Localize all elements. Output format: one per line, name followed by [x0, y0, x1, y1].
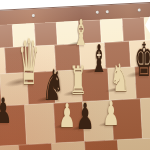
white-knight-glyph: ♞: [110, 59, 130, 97]
black-king-piece[interactable]: ♚: [144, 75, 150, 122]
white-rook-glyph: ♜: [69, 61, 86, 100]
black-bishop-glyph: ♝: [90, 40, 107, 78]
white-bishop-glyph: ♝: [73, 15, 89, 51]
black-pawn-glyph: ♟: [76, 99, 95, 135]
black-pawn-edge-piece[interactable]: ♟: [3, 123, 34, 150]
white-queen-glyph: ♛: [18, 31, 39, 94]
square-dark[interactable]: [0, 24, 13, 48]
white-pawn-glyph: ♟: [58, 99, 75, 132]
hinge-icon: [31, 14, 34, 17]
white-pawn-right-piece[interactable]: ♟: [111, 125, 141, 150]
white-pawn-glyph: ♟: [102, 97, 119, 130]
chessboard-photo: ♝♝♛♞♜♞♚♟♟♟♟: [0, 0, 150, 150]
hinge-icon: [137, 9, 140, 12]
black-pawn-glyph: ♟: [0, 94, 12, 129]
hinge-icon: [95, 11, 98, 14]
black-king-glyph: ♚: [135, 36, 150, 83]
hinge-icon: [105, 10, 108, 13]
